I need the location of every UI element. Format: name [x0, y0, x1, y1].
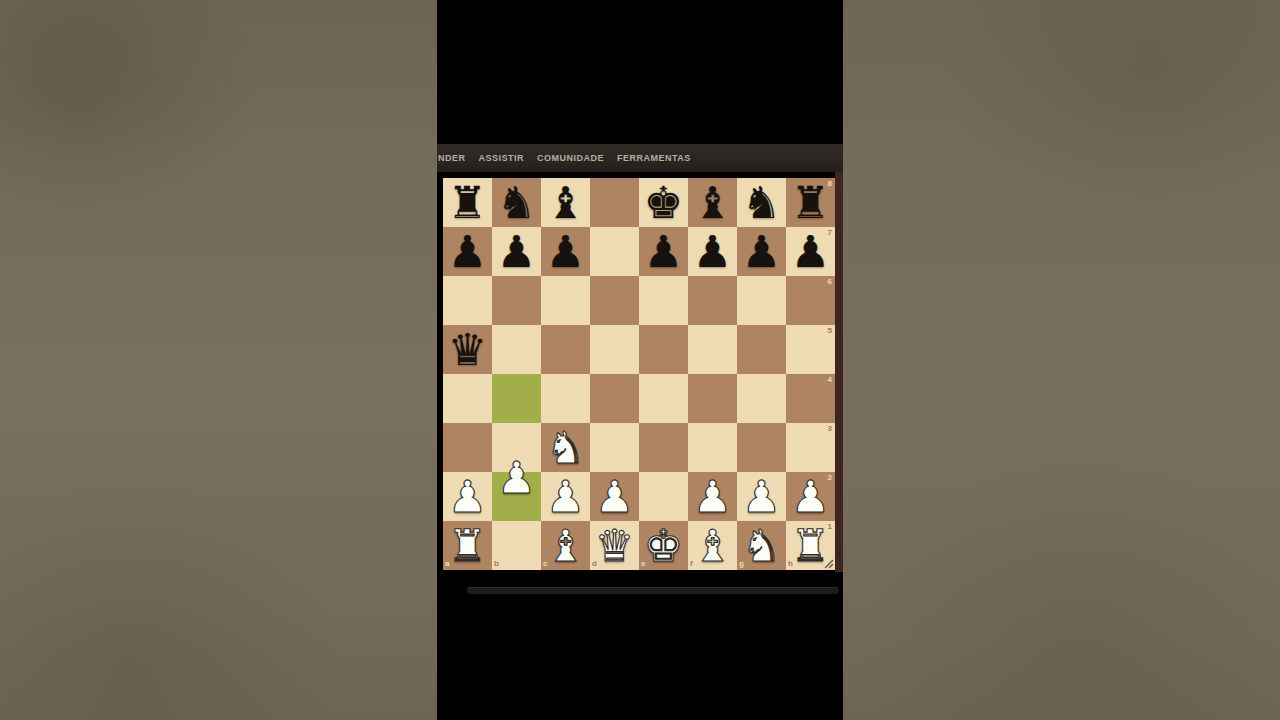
- square-c3[interactable]: ♞: [541, 423, 590, 472]
- piece-white-king-e1[interactable]: ♚: [639, 521, 688, 570]
- square-g8[interactable]: ♞: [737, 178, 786, 227]
- square-b2[interactable]: ♟: [492, 472, 541, 521]
- blurred-background-right: [843, 0, 1280, 720]
- piece-black-rook-h8[interactable]: ♜: [786, 178, 835, 227]
- square-b6[interactable]: [492, 276, 541, 325]
- square-g3[interactable]: [737, 423, 786, 472]
- square-e5[interactable]: [639, 325, 688, 374]
- square-d1[interactable]: d♛: [590, 521, 639, 570]
- square-h6[interactable]: 6: [786, 276, 835, 325]
- chess-board: ♜♞♝♚♝♞8♜♟♟♟♟♟♟7♟6♛54♞3♟♟♟♟♟♟2♟a♜bc♝d♛e♚f…: [443, 178, 835, 570]
- content-strip: NDER ASSISTIR COMUNIDADE FERRAMENTAS ♜♞♝…: [437, 0, 843, 720]
- piece-black-pawn-h7[interactable]: ♟: [786, 227, 835, 276]
- square-h2[interactable]: 2♟: [786, 472, 835, 521]
- square-a2[interactable]: ♟: [443, 472, 492, 521]
- square-b7[interactable]: ♟: [492, 227, 541, 276]
- square-e1[interactable]: e♚: [639, 521, 688, 570]
- square-c5[interactable]: [541, 325, 590, 374]
- menu-item-assistir[interactable]: ASSISTIR: [479, 153, 525, 163]
- square-c7[interactable]: ♟: [541, 227, 590, 276]
- square-g6[interactable]: [737, 276, 786, 325]
- square-a5[interactable]: ♛: [443, 325, 492, 374]
- square-c1[interactable]: c♝: [541, 521, 590, 570]
- square-f7[interactable]: ♟: [688, 227, 737, 276]
- piece-white-pawn-a2[interactable]: ♟: [443, 472, 492, 521]
- piece-black-pawn-a7[interactable]: ♟: [443, 227, 492, 276]
- square-d8[interactable]: [590, 178, 639, 227]
- piece-black-king-e8[interactable]: ♚: [639, 178, 688, 227]
- square-f4[interactable]: [688, 374, 737, 423]
- square-a4[interactable]: [443, 374, 492, 423]
- piece-white-pawn-d2[interactable]: ♟: [590, 472, 639, 521]
- square-d5[interactable]: [590, 325, 639, 374]
- square-g2[interactable]: ♟: [737, 472, 786, 521]
- piece-black-queen-a5[interactable]: ♛: [443, 325, 492, 374]
- video-frame: NDER ASSISTIR COMUNIDADE FERRAMENTAS ♜♞♝…: [0, 0, 1280, 720]
- menu-item-aprender-cut[interactable]: NDER: [438, 153, 466, 163]
- square-a6[interactable]: [443, 276, 492, 325]
- board-right-edge-strip: [835, 172, 843, 572]
- piece-white-queen-d1[interactable]: ♛: [590, 521, 639, 570]
- square-a7[interactable]: ♟: [443, 227, 492, 276]
- square-a1[interactable]: a♜: [443, 521, 492, 570]
- square-h5[interactable]: 5: [786, 325, 835, 374]
- rank-label-6: 6: [828, 278, 832, 286]
- main-menu: NDER ASSISTIR COMUNIDADE FERRAMENTAS: [437, 144, 843, 172]
- square-h4[interactable]: 4: [786, 374, 835, 423]
- square-d7[interactable]: [590, 227, 639, 276]
- square-e8[interactable]: ♚: [639, 178, 688, 227]
- square-f8[interactable]: ♝: [688, 178, 737, 227]
- square-c2[interactable]: ♟: [541, 472, 590, 521]
- content-divider: [467, 587, 839, 594]
- piece-black-pawn-f7[interactable]: ♟: [688, 227, 737, 276]
- piece-white-pawn-f2[interactable]: ♟: [688, 472, 737, 521]
- square-c6[interactable]: [541, 276, 590, 325]
- square-g4[interactable]: [737, 374, 786, 423]
- piece-black-pawn-e7[interactable]: ♟: [639, 227, 688, 276]
- rank-label-5: 5: [828, 327, 832, 335]
- piece-white-knight-c3[interactable]: ♞: [541, 423, 590, 472]
- square-d2[interactable]: ♟: [590, 472, 639, 521]
- square-f3[interactable]: [688, 423, 737, 472]
- square-b4[interactable]: [492, 374, 541, 423]
- square-e3[interactable]: [639, 423, 688, 472]
- piece-black-pawn-c7[interactable]: ♟: [541, 227, 590, 276]
- piece-white-pawn-c2[interactable]: ♟: [541, 472, 590, 521]
- square-d6[interactable]: [590, 276, 639, 325]
- rank-label-3: 3: [828, 425, 832, 433]
- menu-item-comunidade[interactable]: COMUNIDADE: [537, 153, 604, 163]
- square-b5[interactable]: [492, 325, 541, 374]
- square-f2[interactable]: ♟: [688, 472, 737, 521]
- square-g7[interactable]: ♟: [737, 227, 786, 276]
- square-h1[interactable]: 1h♜: [786, 521, 835, 570]
- square-g1[interactable]: g♞: [737, 521, 786, 570]
- square-b1[interactable]: b: [492, 521, 541, 570]
- blurred-background-left: [0, 0, 437, 720]
- rank-label-4: 4: [828, 376, 832, 384]
- square-h3[interactable]: 3: [786, 423, 835, 472]
- square-d4[interactable]: [590, 374, 639, 423]
- square-e7[interactable]: ♟: [639, 227, 688, 276]
- piece-black-knight-b8[interactable]: ♞: [492, 178, 541, 227]
- square-c8[interactable]: ♝: [541, 178, 590, 227]
- piece-black-pawn-b7[interactable]: ♟: [492, 227, 541, 276]
- piece-white-bishop-f1[interactable]: ♝: [688, 521, 737, 570]
- square-g5[interactable]: [737, 325, 786, 374]
- board-resize-handle-icon[interactable]: [823, 558, 834, 569]
- square-f1[interactable]: f♝: [688, 521, 737, 570]
- square-f6[interactable]: [688, 276, 737, 325]
- piece-white-pawn-b2[interactable]: ♟: [492, 453, 541, 502]
- piece-white-bishop-c1[interactable]: ♝: [541, 521, 590, 570]
- piece-white-rook-a1[interactable]: ♜: [443, 521, 492, 570]
- square-c4[interactable]: [541, 374, 590, 423]
- square-a3[interactable]: [443, 423, 492, 472]
- square-h7[interactable]: 7♟: [786, 227, 835, 276]
- piece-white-pawn-h2[interactable]: ♟: [786, 472, 835, 521]
- piece-black-rook-a8[interactable]: ♜: [443, 178, 492, 227]
- menu-item-ferramentas[interactable]: FERRAMENTAS: [617, 153, 691, 163]
- square-f5[interactable]: [688, 325, 737, 374]
- square-e4[interactable]: [639, 374, 688, 423]
- square-e2[interactable]: [639, 472, 688, 521]
- square-e6[interactable]: [639, 276, 688, 325]
- square-h8[interactable]: 8♜: [786, 178, 835, 227]
- piece-white-pawn-g2[interactable]: ♟: [737, 472, 786, 521]
- square-a8[interactable]: ♜: [443, 178, 492, 227]
- file-label-b: b: [494, 560, 499, 568]
- square-d3[interactable]: [590, 423, 639, 472]
- piece-black-bishop-f8[interactable]: ♝: [688, 178, 737, 227]
- piece-black-pawn-g7[interactable]: ♟: [737, 227, 786, 276]
- piece-white-knight-g1[interactable]: ♞: [737, 521, 786, 570]
- piece-black-knight-g8[interactable]: ♞: [737, 178, 786, 227]
- piece-black-bishop-c8[interactable]: ♝: [541, 178, 590, 227]
- square-b8[interactable]: ♞: [492, 178, 541, 227]
